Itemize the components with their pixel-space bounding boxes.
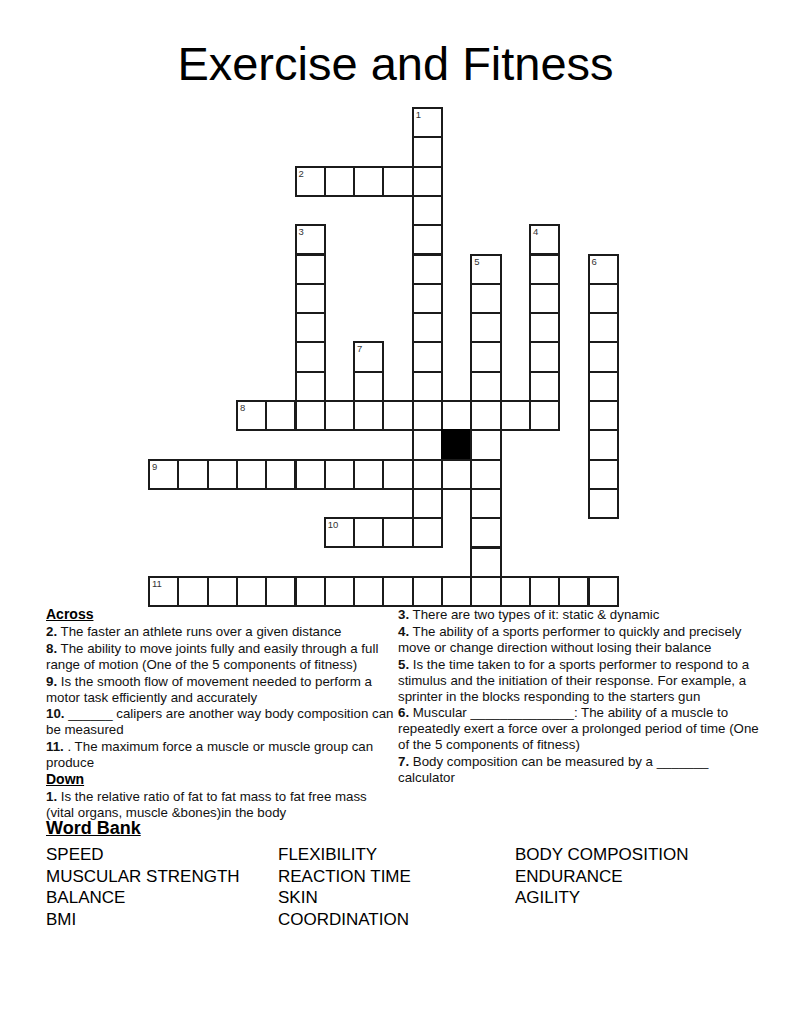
grid-cell[interactable]	[470, 341, 501, 372]
word-bank: Word Bank SPEEDMUSCULAR STRENGTHBALANCEB…	[46, 818, 776, 939]
grid-cell[interactable]	[500, 576, 531, 607]
grid-cell[interactable]	[324, 166, 355, 197]
grid-cell[interactable]	[529, 312, 560, 343]
grid-cell[interactable]	[324, 459, 355, 490]
grid-cell[interactable]	[441, 459, 472, 490]
clue-number: 6.	[398, 705, 409, 720]
grid-cell[interactable]	[382, 459, 413, 490]
grid-cell[interactable]	[588, 488, 619, 519]
grid-cell[interactable]	[529, 254, 560, 285]
grid-cell[interactable]	[558, 576, 589, 607]
clue-down-7: 7. Body composition can be measured by a…	[398, 754, 762, 786]
grid-cell[interactable]	[382, 400, 413, 431]
word-bank-item: ENDURANCE	[515, 866, 689, 888]
clue-number: 1.	[46, 789, 57, 804]
grid-cell[interactable]: 3	[295, 224, 326, 255]
clue-down-3: 3. There are two types of it: static & d…	[398, 607, 762, 623]
grid-cell[interactable]	[295, 312, 326, 343]
word-bank-item: SKIN	[278, 887, 411, 909]
grid-cell[interactable]	[412, 312, 443, 343]
word-bank-heading: Word Bank	[46, 818, 776, 839]
clue-number: 5	[474, 256, 479, 267]
clue-number: 4	[533, 226, 538, 237]
grid-cell[interactable]	[588, 283, 619, 314]
clue-down-6: 6. Muscular ______________: The ability …	[398, 705, 762, 753]
grid-cell[interactable]: 7	[353, 341, 384, 372]
grid-cell[interactable]	[353, 576, 384, 607]
grid-cell[interactable]	[470, 547, 501, 578]
grid-cell[interactable]	[529, 400, 560, 431]
grid-cell[interactable]	[412, 195, 443, 226]
grid-cell[interactable]: 10	[324, 517, 355, 548]
grid-cell[interactable]	[412, 136, 443, 167]
grid-cell[interactable]	[412, 459, 443, 490]
grid-cell[interactable]	[412, 224, 443, 255]
clue-number: 7	[357, 343, 362, 354]
word-bank-item: MUSCULAR STRENGTH	[46, 866, 240, 888]
blocked-cell	[441, 429, 472, 460]
grid-cell[interactable]: 5	[470, 254, 501, 285]
grid-cell[interactable]	[412, 341, 443, 372]
grid-cell[interactable]	[177, 459, 208, 490]
word-bank-item: BMI	[46, 909, 240, 931]
grid-cell[interactable]	[295, 371, 326, 402]
grid-cell[interactable]	[412, 400, 443, 431]
word-bank-item: REACTION TIME	[278, 866, 411, 888]
grid-cell[interactable]	[588, 371, 619, 402]
grid-cell[interactable]: 6	[588, 254, 619, 285]
clue-number: 4.	[398, 624, 409, 639]
grid-cell[interactable]	[412, 166, 443, 197]
grid-cell[interactable]	[382, 166, 413, 197]
across-heading: Across	[46, 607, 396, 623]
word-bank-item: SPEED	[46, 844, 240, 866]
grid-cell[interactable]: 8	[236, 400, 267, 431]
grid-cell[interactable]	[353, 400, 384, 431]
grid-cell[interactable]	[412, 283, 443, 314]
grid-cell[interactable]	[529, 283, 560, 314]
clue-number: 5.	[398, 657, 409, 672]
grid-cell[interactable]: 2	[295, 166, 326, 197]
grid-cell[interactable]	[236, 459, 267, 490]
grid-cell[interactable]	[207, 459, 238, 490]
grid-cell[interactable]	[470, 488, 501, 519]
clue-number: 2	[299, 168, 304, 179]
grid-cell[interactable]	[470, 400, 501, 431]
grid-cell[interactable]	[529, 576, 560, 607]
grid-cell[interactable]	[295, 400, 326, 431]
grid-cell[interactable]	[529, 341, 560, 372]
clue-across-10: 10. ______ calipers are another way body…	[46, 706, 396, 738]
grid-cell[interactable]	[207, 576, 238, 607]
grid-cell[interactable]	[382, 517, 413, 548]
down-heading: Down	[46, 772, 396, 788]
clue-across-11: 11. . The maximum force a muscle or musc…	[46, 739, 396, 771]
puzzle-title: Exercise and Fitness	[0, 36, 791, 91]
grid-cell[interactable]	[470, 371, 501, 402]
clue-number: 8.	[46, 641, 57, 656]
grid-cell[interactable]	[177, 576, 208, 607]
grid-cell[interactable]	[324, 400, 355, 431]
grid-cell[interactable]	[500, 400, 531, 431]
grid-cell[interactable]	[441, 400, 472, 431]
grid-cell[interactable]	[588, 341, 619, 372]
grid-cell[interactable]	[470, 459, 501, 490]
grid-cell[interactable]	[295, 459, 326, 490]
clue-down-1: 1. Is the relative ratio of fat to fat m…	[46, 789, 396, 821]
grid-cell[interactable]	[412, 517, 443, 548]
clue-across-9: 9. Is the smooth flow of movement needed…	[46, 674, 396, 706]
grid-cell[interactable]	[470, 576, 501, 607]
grid-cell[interactable]	[441, 576, 472, 607]
grid-cell[interactable]	[265, 400, 296, 431]
clue-number: 9.	[46, 674, 57, 689]
clue-number: 10.	[46, 706, 65, 721]
grid-cell[interactable]	[588, 459, 619, 490]
grid-cell[interactable]	[265, 576, 296, 607]
grid-cell[interactable]	[529, 371, 560, 402]
clue-across-8: 8. The ability to move joints fully and …	[46, 641, 396, 673]
grid-cell[interactable]: 9	[148, 459, 179, 490]
grid-cell[interactable]	[236, 576, 267, 607]
grid-cell[interactable]	[353, 166, 384, 197]
word-bank-column: SPEEDMUSCULAR STRENGTHBALANCEBMI	[46, 844, 240, 931]
clue-number: 3	[299, 226, 304, 237]
word-bank-item: COORDINATION	[278, 909, 411, 931]
clue-number: 3.	[398, 607, 409, 622]
grid-cell[interactable]	[265, 459, 296, 490]
grid-cell[interactable]: 4	[529, 224, 560, 255]
clue-down-5: 5. Is the time taken to for a sports per…	[398, 657, 762, 705]
grid-cell[interactable]	[353, 371, 384, 402]
grid-cell[interactable]	[470, 283, 501, 314]
grid-cell[interactable]	[412, 488, 443, 519]
grid-cell[interactable]	[588, 576, 619, 607]
grid-cell[interactable]	[588, 429, 619, 460]
clues-left-column: Across2. The faster an athlete runs over…	[46, 607, 396, 822]
word-bank-item: FLEXIBILITY	[278, 844, 411, 866]
grid-cell[interactable]	[295, 576, 326, 607]
grid-cell[interactable]	[470, 312, 501, 343]
grid-cell[interactable]	[588, 312, 619, 343]
word-bank-item: BODY COMPOSITION	[515, 844, 689, 866]
clue-down-4: 4. The ability of a sports performer to …	[398, 624, 762, 656]
clue-number: 9	[152, 461, 157, 472]
clue-number: 6	[592, 256, 597, 267]
clue-number: 11.	[46, 739, 64, 754]
clue-number: 7.	[398, 754, 409, 769]
grid-cell[interactable]	[412, 254, 443, 285]
word-bank-item: AGILITY	[515, 887, 689, 909]
clue-across-2: 2. The faster an athlete runs over a giv…	[46, 624, 396, 640]
grid-cell[interactable]	[412, 576, 443, 607]
clue-number: 11	[152, 578, 162, 589]
clue-number: 2.	[46, 624, 57, 639]
grid-cell[interactable]	[295, 283, 326, 314]
grid-cell[interactable]	[295, 254, 326, 285]
clues-right-column: 3. There are two types of it: static & d…	[398, 607, 762, 787]
grid-cell[interactable]	[382, 576, 413, 607]
grid-cell[interactable]	[470, 517, 501, 548]
grid-cell[interactable]	[295, 341, 326, 372]
word-bank-column: FLEXIBILITYREACTION TIMESKINCOORDINATION	[278, 844, 411, 931]
grid-cell[interactable]: 1	[412, 107, 443, 138]
grid-cell[interactable]	[588, 400, 619, 431]
grid-cell[interactable]	[412, 429, 443, 460]
grid-cell[interactable]	[412, 371, 443, 402]
word-bank-list: SPEEDMUSCULAR STRENGTHBALANCEBMIFLEXIBIL…	[46, 844, 776, 939]
grid-cell[interactable]: 11	[148, 576, 179, 607]
grid-cell[interactable]	[470, 429, 501, 460]
clue-number: 10	[328, 519, 339, 530]
grid-cell[interactable]	[324, 576, 355, 607]
word-bank-column: BODY COMPOSITIONENDURANCEAGILITY	[515, 844, 689, 909]
clue-number: 8	[240, 402, 245, 413]
word-bank-item: BALANCE	[46, 887, 240, 909]
grid-cell[interactable]	[353, 459, 384, 490]
grid-cell[interactable]	[353, 517, 384, 548]
clue-number: 1	[416, 109, 421, 120]
crossword-worksheet: Exercise and Fitness 1234567891011 Acros…	[0, 0, 791, 1024]
